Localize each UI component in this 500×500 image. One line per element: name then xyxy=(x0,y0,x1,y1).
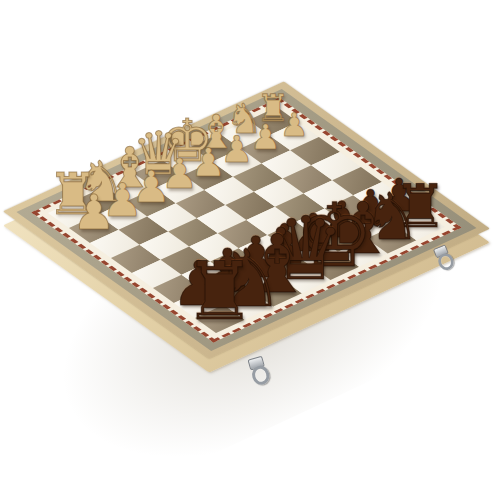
piece-white-pawn-g2[interactable]: ♟ xyxy=(250,120,281,155)
chess-set-photo: ♜♞♝♛♚♝♞♜♟♟♟♟♟♟♟♟♟♟♟♟♟♟♟♟♜♞♝♛♚♝♞♜ xyxy=(0,0,500,500)
piece-white-pawn-a2[interactable]: ♟ xyxy=(72,188,115,236)
piece-white-pawn-h2[interactable]: ♟ xyxy=(280,109,309,141)
piece-black-rook-a8[interactable]: ♜ xyxy=(184,251,256,331)
